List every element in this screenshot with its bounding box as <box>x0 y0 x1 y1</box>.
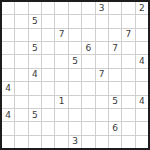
cell-r2c3-clue: 5 <box>29 15 41 27</box>
cell-r2c5[interactable] <box>55 15 67 27</box>
cell-r7c4[interactable] <box>42 82 54 94</box>
cell-r4c8[interactable] <box>96 42 108 54</box>
cell-r8c8[interactable] <box>96 96 108 108</box>
cell-r8c5-clue: 1 <box>55 96 67 108</box>
cell-r6c3-clue: 4 <box>29 69 41 81</box>
cell-r9c4[interactable] <box>42 109 54 121</box>
cell-r10c5[interactable] <box>55 122 67 134</box>
cell-r9c7[interactable] <box>82 109 94 121</box>
cell-r11c7[interactable] <box>82 136 94 148</box>
cell-r8c10[interactable] <box>122 96 134 108</box>
cell-r6c4[interactable] <box>42 69 54 81</box>
cell-r4c5[interactable] <box>55 42 67 54</box>
cell-r2c6[interactable] <box>69 15 81 27</box>
cell-r5c8[interactable] <box>96 55 108 67</box>
cell-r3c1[interactable] <box>2 29 14 41</box>
cell-r1c2[interactable] <box>15 2 27 14</box>
cell-r6c10[interactable] <box>122 69 134 81</box>
cell-r6c7[interactable] <box>82 69 94 81</box>
cell-r7c2[interactable] <box>15 82 27 94</box>
cell-r1c8-clue: 3 <box>96 2 108 14</box>
cell-r4c1[interactable] <box>2 42 14 54</box>
cell-r9c6[interactable] <box>69 109 81 121</box>
cell-r11c3[interactable] <box>29 136 41 148</box>
cell-r8c7[interactable] <box>82 96 94 108</box>
cell-r6c9[interactable] <box>109 69 121 81</box>
cell-r5c6-clue: 5 <box>69 55 81 67</box>
cell-r3c6[interactable] <box>69 29 81 41</box>
cell-r4c3-clue: 5 <box>29 42 41 54</box>
cell-r11c5[interactable] <box>55 136 67 148</box>
cell-r9c8[interactable] <box>96 109 108 121</box>
cell-r4c10[interactable] <box>122 42 134 54</box>
cell-r9c5[interactable] <box>55 109 67 121</box>
cell-r1c5[interactable] <box>55 2 67 14</box>
cell-r11c11[interactable] <box>136 136 148 148</box>
cell-r8c2[interactable] <box>15 96 27 108</box>
cell-r5c9[interactable] <box>109 55 121 67</box>
cell-r10c11[interactable] <box>136 122 148 134</box>
cell-r8c4[interactable] <box>42 96 54 108</box>
cell-r7c11[interactable] <box>136 82 148 94</box>
cell-r9c2[interactable] <box>15 109 27 121</box>
cell-r6c5[interactable] <box>55 69 67 81</box>
cell-r7c1-clue: 4 <box>2 82 14 94</box>
cell-r8c9-clue: 5 <box>109 96 121 108</box>
cell-r5c1[interactable] <box>2 55 14 67</box>
cell-r9c1-clue: 4 <box>2 109 14 121</box>
cell-r1c7[interactable] <box>82 2 94 14</box>
cell-r7c9[interactable] <box>109 82 121 94</box>
cell-r7c8[interactable] <box>96 82 108 94</box>
cell-r2c1[interactable] <box>2 15 14 27</box>
cell-r3c3[interactable] <box>29 29 41 41</box>
cell-r6c8-clue: 7 <box>96 69 108 81</box>
cell-r7c5[interactable] <box>55 82 67 94</box>
cell-r3c5-clue: 7 <box>55 29 67 41</box>
cell-r2c8[interactable] <box>96 15 108 27</box>
cell-r1c3[interactable] <box>29 2 41 14</box>
cell-r9c9[interactable] <box>109 109 121 121</box>
cell-r2c7[interactable] <box>82 15 94 27</box>
cell-r1c10[interactable] <box>122 2 134 14</box>
cell-r10c7[interactable] <box>82 122 94 134</box>
cell-r8c3[interactable] <box>29 96 41 108</box>
cell-r1c6[interactable] <box>69 2 81 14</box>
cell-r9c3-clue: 5 <box>29 109 41 121</box>
cell-r10c2[interactable] <box>15 122 27 134</box>
cell-r3c9[interactable] <box>109 29 121 41</box>
cell-r4c4[interactable] <box>42 42 54 54</box>
cell-r11c8[interactable] <box>96 136 108 148</box>
cell-r2c2[interactable] <box>15 15 27 27</box>
cell-r2c9[interactable] <box>109 15 121 27</box>
cell-r3c11[interactable] <box>136 29 148 41</box>
cell-r9c11[interactable] <box>136 109 148 121</box>
cell-r10c10[interactable] <box>122 122 134 134</box>
cell-r3c4[interactable] <box>42 29 54 41</box>
cell-r10c4[interactable] <box>42 122 54 134</box>
cell-r5c11-clue: 4 <box>136 55 148 67</box>
cell-r5c5[interactable] <box>55 55 67 67</box>
cell-r8c6[interactable] <box>69 96 81 108</box>
cell-r7c7[interactable] <box>82 82 94 94</box>
puzzle-board: 32577567544741544563 <box>0 0 150 150</box>
cell-r1c4[interactable] <box>42 2 54 14</box>
cell-r3c8[interactable] <box>96 29 108 41</box>
cell-r3c10-clue: 7 <box>122 29 134 41</box>
cell-r10c9-clue: 6 <box>109 122 121 134</box>
cell-r10c1[interactable] <box>2 122 14 134</box>
cell-r11c10[interactable] <box>122 136 134 148</box>
cell-r5c3[interactable] <box>29 55 41 67</box>
cell-r6c11[interactable] <box>136 69 148 81</box>
cell-r6c2[interactable] <box>15 69 27 81</box>
cell-r1c9[interactable] <box>109 2 121 14</box>
cell-r8c1[interactable] <box>2 96 14 108</box>
cell-r7c10[interactable] <box>122 82 134 94</box>
cell-r3c7[interactable] <box>82 29 94 41</box>
cell-r4c9-clue: 7 <box>109 42 121 54</box>
cell-r1c11-clue: 2 <box>136 2 148 14</box>
cell-r6c1[interactable] <box>2 69 14 81</box>
cell-r2c10[interactable] <box>122 15 134 27</box>
cell-r2c4[interactable] <box>42 15 54 27</box>
cell-r10c8[interactable] <box>96 122 108 134</box>
cell-r11c1[interactable] <box>2 136 14 148</box>
cell-r5c2[interactable] <box>15 55 27 67</box>
cell-r10c6[interactable] <box>69 122 81 134</box>
cell-r7c6[interactable] <box>69 82 81 94</box>
cell-r5c7[interactable] <box>82 55 94 67</box>
cell-r7c3[interactable] <box>29 82 41 94</box>
cell-r8c11-clue: 4 <box>136 96 148 108</box>
cell-r11c9[interactable] <box>109 136 121 148</box>
cell-r11c6-clue: 3 <box>69 136 81 148</box>
cell-r4c7-clue: 6 <box>82 42 94 54</box>
cell-r3c2[interactable] <box>15 29 27 41</box>
cell-r2c11[interactable] <box>136 15 148 27</box>
cell-r1c1[interactable] <box>2 2 14 14</box>
cell-r11c4[interactable] <box>42 136 54 148</box>
cell-r4c2[interactable] <box>15 42 27 54</box>
cell-r4c6[interactable] <box>69 42 81 54</box>
cell-r11c2[interactable] <box>15 136 27 148</box>
cell-r10c3[interactable] <box>29 122 41 134</box>
cell-r5c4[interactable] <box>42 55 54 67</box>
cell-r4c11[interactable] <box>136 42 148 54</box>
cell-r9c10[interactable] <box>122 109 134 121</box>
cell-r5c10[interactable] <box>122 55 134 67</box>
cell-r6c6[interactable] <box>69 69 81 81</box>
